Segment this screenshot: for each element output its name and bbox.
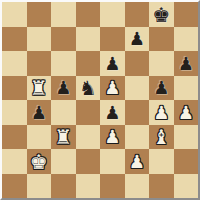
piece-black-pawn: ♟ [104, 51, 120, 76]
square-b6[interactable] [27, 51, 52, 76]
piece-black-pawn: ♟ [55, 76, 71, 101]
square-d4[interactable] [76, 100, 101, 125]
piece-black-king: ♚ [152, 2, 170, 27]
square-g6[interactable] [149, 51, 174, 76]
square-g2[interactable] [149, 149, 174, 174]
square-f3[interactable] [125, 125, 150, 150]
piece-white-bishop: ♝ [152, 125, 170, 150]
square-h5[interactable] [174, 76, 199, 101]
square-d6[interactable] [76, 51, 101, 76]
chess-board: ♚♟♟♟♜♟♞♟♟♟♟♟♟♜♟♝♚♟ [2, 2, 198, 198]
square-c2[interactable] [51, 149, 76, 174]
square-f2[interactable]: ♟ [125, 149, 150, 174]
square-e8[interactable] [100, 2, 125, 27]
piece-black-pawn: ♟ [178, 51, 194, 76]
square-g8[interactable]: ♚ [149, 2, 174, 27]
square-d5[interactable]: ♞ [76, 76, 101, 101]
square-e4[interactable]: ♟ [100, 100, 125, 125]
square-a2[interactable] [2, 149, 27, 174]
piece-white-pawn: ♟ [104, 125, 120, 150]
square-d8[interactable] [76, 2, 101, 27]
square-e1[interactable] [100, 174, 125, 199]
square-b2[interactable]: ♚ [27, 149, 52, 174]
piece-white-rook: ♜ [54, 125, 72, 150]
square-c5[interactable]: ♟ [51, 76, 76, 101]
square-f4[interactable] [125, 100, 150, 125]
square-c6[interactable] [51, 51, 76, 76]
piece-white-pawn: ♟ [178, 100, 194, 125]
square-b8[interactable] [27, 2, 52, 27]
square-c3[interactable]: ♜ [51, 125, 76, 150]
square-b7[interactable] [27, 27, 52, 52]
piece-black-knight: ♞ [79, 76, 97, 101]
square-g1[interactable] [149, 174, 174, 199]
square-h4[interactable]: ♟ [174, 100, 199, 125]
square-g5[interactable]: ♟ [149, 76, 174, 101]
piece-black-pawn: ♟ [31, 100, 47, 125]
square-h3[interactable] [174, 125, 199, 150]
square-e5[interactable]: ♟ [100, 76, 125, 101]
square-h2[interactable] [174, 149, 199, 174]
piece-black-pawn: ♟ [129, 27, 145, 52]
square-c1[interactable] [51, 174, 76, 199]
square-e3[interactable]: ♟ [100, 125, 125, 150]
square-f7[interactable]: ♟ [125, 27, 150, 52]
square-f5[interactable] [125, 76, 150, 101]
square-f6[interactable] [125, 51, 150, 76]
square-d7[interactable] [76, 27, 101, 52]
square-d2[interactable] [76, 149, 101, 174]
square-c7[interactable] [51, 27, 76, 52]
square-c8[interactable] [51, 2, 76, 27]
square-g3[interactable]: ♝ [149, 125, 174, 150]
square-c4[interactable] [51, 100, 76, 125]
square-a5[interactable] [2, 76, 27, 101]
square-e2[interactable] [100, 149, 125, 174]
square-d3[interactable] [76, 125, 101, 150]
square-g7[interactable] [149, 27, 174, 52]
piece-black-pawn: ♟ [153, 76, 169, 101]
square-g4[interactable]: ♟ [149, 100, 174, 125]
piece-white-pawn: ♟ [153, 100, 169, 125]
square-a1[interactable] [2, 174, 27, 199]
square-e7[interactable] [100, 27, 125, 52]
square-f8[interactable] [125, 2, 150, 27]
square-h1[interactable] [174, 174, 199, 199]
piece-white-rook: ♜ [30, 76, 48, 101]
square-a6[interactable] [2, 51, 27, 76]
square-d1[interactable] [76, 174, 101, 199]
piece-white-king: ♚ [30, 149, 48, 174]
chess-board-frame: ♚♟♟♟♜♟♞♟♟♟♟♟♟♜♟♝♚♟ [0, 0, 200, 200]
piece-white-pawn: ♟ [104, 76, 120, 101]
piece-black-pawn: ♟ [104, 100, 120, 125]
piece-white-pawn: ♟ [129, 149, 145, 174]
square-h6[interactable]: ♟ [174, 51, 199, 76]
square-a3[interactable] [2, 125, 27, 150]
square-b5[interactable]: ♜ [27, 76, 52, 101]
square-a7[interactable] [2, 27, 27, 52]
square-a4[interactable] [2, 100, 27, 125]
square-b4[interactable]: ♟ [27, 100, 52, 125]
square-h8[interactable] [174, 2, 199, 27]
square-b1[interactable] [27, 174, 52, 199]
square-e6[interactable]: ♟ [100, 51, 125, 76]
square-b3[interactable] [27, 125, 52, 150]
square-h7[interactable] [174, 27, 199, 52]
square-a8[interactable] [2, 2, 27, 27]
square-f1[interactable] [125, 174, 150, 199]
